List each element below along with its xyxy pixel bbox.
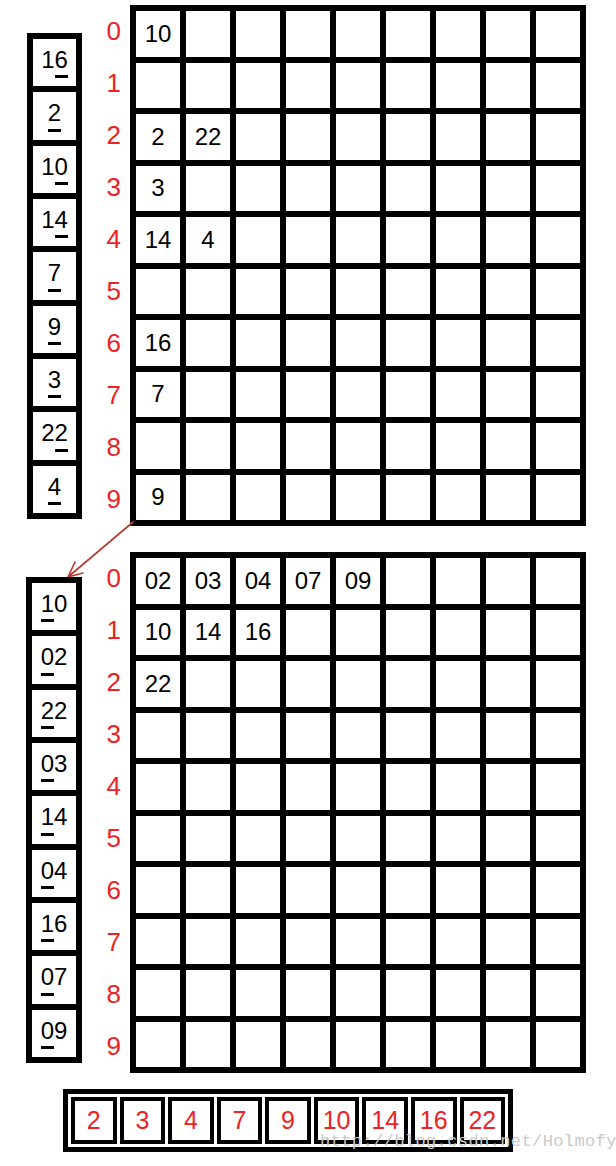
bucket-2-slot-8: [536, 661, 580, 707]
bucket-4-slot-2: [236, 764, 280, 810]
bucket-5-slot-8: [536, 816, 580, 862]
bucket-0-slot-4: 09: [336, 558, 380, 604]
bucket-index-7: 7: [90, 917, 126, 969]
underlined-digit: 0: [41, 751, 54, 782]
bucket-9-slot-1: [186, 1022, 230, 1068]
bucket-index-6: 6: [90, 318, 126, 370]
list-item-7: 7: [33, 252, 76, 299]
bucket-4-slot-8: [536, 764, 580, 810]
digit: 2: [54, 644, 67, 675]
digit: 7: [54, 964, 67, 995]
list-item-9: 9: [33, 306, 76, 353]
bucket-4-slot-1: [186, 764, 230, 810]
radix-sort-diagram: 1621014793224 0123456789 1022231441679 1…: [0, 0, 616, 1166]
watermark: http://blog.csdn.net/Holmofy: [320, 1132, 616, 1151]
pass1-buckets-grid: 1022231441679: [130, 5, 586, 526]
bucket-8-slot-2: [236, 970, 280, 1016]
bucket-index-8: 8: [90, 969, 126, 1021]
bucket-2-slot-2: [236, 114, 280, 160]
bucket-6-slot-3: [286, 867, 330, 913]
result-cell-7: 7: [217, 1097, 263, 1144]
bucket-5-slot-0: [136, 269, 180, 315]
underlined-digit: 1: [41, 591, 54, 622]
list-item-14: 14: [33, 199, 76, 246]
list-item-03: 03: [32, 743, 76, 790]
bucket-2-slot-0: 2: [136, 114, 180, 160]
bucket-3-slot-3: [286, 713, 330, 759]
bucket-index-3: 3: [90, 161, 126, 213]
bucket-3-slot-2: [236, 166, 280, 212]
bucket-5-slot-7: [486, 816, 530, 862]
bucket-5-slot-0: [136, 816, 180, 862]
underlined-digit: 0: [55, 154, 68, 185]
bucket-2-slot-1: [186, 661, 230, 707]
result-cell-2: 2: [71, 1097, 117, 1144]
digit: 3: [54, 751, 67, 782]
pass2-bucket-indices: 0123456789: [90, 552, 126, 1073]
bucket-7-slot-8: [536, 372, 580, 418]
bucket-index-7: 7: [90, 370, 126, 422]
bucket-9-slot-7: [486, 1022, 530, 1068]
underlined-digit: 4: [48, 474, 61, 505]
bucket-3-slot-4: [336, 713, 380, 759]
bucket-6-slot-4: [336, 867, 380, 913]
bucket-1-slot-8: [536, 610, 580, 656]
underlined-digit: 1: [41, 911, 54, 942]
underlined-digit: 2: [55, 420, 68, 451]
bucket-6-slot-0: [136, 867, 180, 913]
bucket-3-slot-6: [436, 713, 480, 759]
bucket-6-slot-5: [386, 320, 430, 366]
bucket-2-slot-4: [336, 114, 380, 160]
bucket-9-slot-8: [536, 1022, 580, 1068]
bucket-5-slot-5: [386, 816, 430, 862]
bucket-1-slot-4: [336, 610, 380, 656]
bucket-3-slot-4: [336, 166, 380, 212]
bucket-3-slot-7: [486, 166, 530, 212]
bucket-8-slot-6: [436, 423, 480, 469]
bucket-5-slot-3: [286, 816, 330, 862]
bucket-8-slot-8: [536, 970, 580, 1016]
bucket-9-slot-4: [336, 475, 380, 521]
bucket-index-1: 1: [90, 57, 126, 109]
bucket-9-slot-6: [436, 1022, 480, 1068]
bucket-6-slot-7: [486, 320, 530, 366]
bucket-4-slot-2: [236, 217, 280, 263]
bucket-4-slot-1: 4: [186, 217, 230, 263]
digit: 2: [41, 420, 54, 451]
digit: 0: [54, 591, 67, 622]
underlined-digit: 2: [41, 698, 54, 729]
bucket-1-slot-1: [186, 63, 230, 109]
bucket-index-5: 5: [90, 812, 126, 864]
bucket-2-slot-5: [386, 114, 430, 160]
bucket-6-slot-1: [186, 867, 230, 913]
underlined-digit: 7: [48, 260, 61, 291]
bucket-0-slot-7: [486, 558, 530, 604]
bucket-8-slot-7: [486, 423, 530, 469]
bucket-1-slot-6: [436, 610, 480, 656]
bucket-8-slot-8: [536, 423, 580, 469]
bucket-3-slot-5: [386, 166, 430, 212]
bucket-6-slot-8: [536, 867, 580, 913]
bucket-3-slot-7: [486, 713, 530, 759]
pass2-buckets-grid: 020304070910141622: [130, 552, 586, 1073]
bucket-0-slot-3: [286, 11, 330, 57]
bucket-8-slot-4: [336, 970, 380, 1016]
bucket-5-slot-8: [536, 269, 580, 315]
bucket-8-slot-1: [186, 423, 230, 469]
bucket-7-slot-0: [136, 919, 180, 965]
list-item-02: 02: [32, 636, 76, 683]
bucket-5-slot-7: [486, 269, 530, 315]
result-cell-3: 3: [120, 1097, 166, 1144]
bucket-6-slot-8: [536, 320, 580, 366]
bucket-4-slot-6: [436, 217, 480, 263]
bucket-9-slot-6: [436, 475, 480, 521]
bucket-7-slot-6: [436, 919, 480, 965]
bucket-1-slot-5: [386, 610, 430, 656]
bucket-5-slot-1: [186, 269, 230, 315]
bucket-1-slot-1: 14: [186, 610, 230, 656]
bucket-0-slot-6: [436, 558, 480, 604]
bucket-6-slot-3: [286, 320, 330, 366]
bucket-2-slot-6: [436, 661, 480, 707]
bucket-8-slot-4: [336, 423, 380, 469]
bucket-1-slot-0: 10: [136, 610, 180, 656]
bucket-0-slot-8: [536, 11, 580, 57]
bucket-9-slot-3: [286, 475, 330, 521]
list-item-16: 16: [32, 903, 76, 950]
bucket-5-slot-6: [436, 816, 480, 862]
underlined-digit: 9: [48, 314, 61, 345]
bucket-3-slot-2: [236, 713, 280, 759]
list-item-09: 09: [32, 1010, 76, 1057]
bucket-2-slot-7: [486, 661, 530, 707]
bucket-0-slot-7: [486, 11, 530, 57]
bucket-8-slot-5: [386, 423, 430, 469]
digit: 1: [41, 207, 54, 238]
underlined-digit: 3: [48, 367, 61, 398]
bucket-index-2: 2: [90, 109, 126, 161]
bucket-4-slot-8: [536, 217, 580, 263]
bucket-7-slot-0: 7: [136, 372, 180, 418]
bucket-2-slot-6: [436, 114, 480, 160]
bucket-4-slot-4: [336, 217, 380, 263]
list-item-22: 22: [33, 412, 76, 459]
bucket-4-slot-3: [286, 217, 330, 263]
underlined-digit: 0: [41, 964, 54, 995]
bucket-0-slot-6: [436, 11, 480, 57]
bucket-index-2: 2: [90, 656, 126, 708]
bucket-9-slot-5: [386, 1022, 430, 1068]
bucket-5-slot-6: [436, 269, 480, 315]
list-item-10: 10: [32, 583, 76, 630]
bucket-0-slot-1: 03: [186, 558, 230, 604]
bucket-1-slot-7: [486, 63, 530, 109]
digit: 2: [54, 698, 67, 729]
bucket-8-slot-3: [286, 423, 330, 469]
bucket-7-slot-8: [536, 919, 580, 965]
underlined-digit: 1: [41, 804, 54, 835]
list-item-2: 2: [33, 92, 76, 139]
bucket-6-slot-4: [336, 320, 380, 366]
bucket-7-slot-1: [186, 372, 230, 418]
bucket-3-slot-1: [186, 166, 230, 212]
bucket-3-slot-6: [436, 166, 480, 212]
bucket-9-slot-3: [286, 1022, 330, 1068]
bucket-1-slot-5: [386, 63, 430, 109]
list-item-3: 3: [33, 359, 76, 406]
bucket-index-1: 1: [90, 604, 126, 656]
bucket-4-slot-4: [336, 764, 380, 810]
bucket-8-slot-2: [236, 423, 280, 469]
bucket-4-slot-6: [436, 764, 480, 810]
bucket-3-slot-8: [536, 713, 580, 759]
bucket-3-slot-3: [286, 166, 330, 212]
digit: 1: [41, 47, 54, 78]
bucket-index-8: 8: [90, 422, 126, 474]
bucket-7-slot-2: [236, 919, 280, 965]
bucket-5-slot-1: [186, 816, 230, 862]
bucket-1-slot-7: [486, 610, 530, 656]
bucket-index-3: 3: [90, 708, 126, 760]
bucket-index-0: 0: [90, 552, 126, 604]
digit: 4: [54, 858, 67, 889]
bucket-0-slot-0: 10: [136, 11, 180, 57]
bucket-2-slot-1: 22: [186, 114, 230, 160]
pass2-input-list: 100222031404160709: [26, 577, 82, 1063]
bucket-5-slot-2: [236, 816, 280, 862]
bucket-6-slot-2: [236, 867, 280, 913]
bucket-0-slot-5: [386, 11, 430, 57]
pass1-input-list: 1621014793224: [27, 33, 82, 519]
bucket-6-slot-6: [436, 320, 480, 366]
bucket-5-slot-4: [336, 816, 380, 862]
bucket-8-slot-7: [486, 970, 530, 1016]
bucket-6-slot-1: [186, 320, 230, 366]
underlined-digit: 0: [41, 858, 54, 889]
bucket-1-slot-6: [436, 63, 480, 109]
bucket-6-slot-6: [436, 867, 480, 913]
list-item-10: 10: [33, 146, 76, 193]
bucket-8-slot-6: [436, 970, 480, 1016]
bucket-1-slot-3: [286, 63, 330, 109]
bucket-2-slot-2: [236, 661, 280, 707]
bucket-7-slot-7: [486, 919, 530, 965]
result-cell-4: 4: [168, 1097, 214, 1144]
bucket-9-slot-1: [186, 475, 230, 521]
bucket-7-slot-1: [186, 919, 230, 965]
bucket-9-slot-4: [336, 1022, 380, 1068]
bucket-3-slot-0: 3: [136, 166, 180, 212]
bucket-6-slot-5: [386, 867, 430, 913]
bucket-7-slot-4: [336, 372, 380, 418]
bucket-2-slot-5: [386, 661, 430, 707]
bucket-1-slot-3: [286, 610, 330, 656]
list-item-14: 14: [32, 796, 76, 843]
bucket-7-slot-2: [236, 372, 280, 418]
underlined-digit: 2: [48, 100, 61, 131]
bucket-0-slot-1: [186, 11, 230, 57]
list-item-22: 22: [32, 690, 76, 737]
bucket-8-slot-0: [136, 423, 180, 469]
bucket-4-slot-7: [486, 217, 530, 263]
bucket-9-slot-8: [536, 475, 580, 521]
bucket-0-slot-2: [236, 11, 280, 57]
bucket-3-slot-5: [386, 713, 430, 759]
bucket-index-5: 5: [90, 265, 126, 317]
digit: 1: [41, 154, 54, 185]
bucket-4-slot-0: [136, 764, 180, 810]
bucket-8-slot-0: [136, 970, 180, 1016]
bucket-9-slot-2: [236, 1022, 280, 1068]
bucket-2-slot-8: [536, 114, 580, 160]
bucket-2-slot-0: 22: [136, 661, 180, 707]
bucket-4-slot-0: 14: [136, 217, 180, 263]
bucket-1-slot-8: [536, 63, 580, 109]
pass1-bucket-indices: 0123456789: [90, 5, 126, 526]
bucket-3-slot-8: [536, 166, 580, 212]
bucket-9-slot-7: [486, 475, 530, 521]
list-item-07: 07: [32, 956, 76, 1003]
bucket-1-slot-0: [136, 63, 180, 109]
bucket-8-slot-3: [286, 970, 330, 1016]
bucket-1-slot-2: [236, 63, 280, 109]
bucket-7-slot-3: [286, 372, 330, 418]
bucket-0-slot-5: [386, 558, 430, 604]
bucket-6-slot-7: [486, 867, 530, 913]
bucket-9-slot-0: [136, 1022, 180, 1068]
bucket-3-slot-0: [136, 713, 180, 759]
result-cell-9: 9: [265, 1097, 311, 1144]
bucket-8-slot-1: [186, 970, 230, 1016]
bucket-1-slot-4: [336, 63, 380, 109]
underlined-digit: 6: [55, 47, 68, 78]
bucket-5-slot-4: [336, 269, 380, 315]
bucket-index-0: 0: [90, 5, 126, 57]
bucket-1-slot-2: 16: [236, 610, 280, 656]
bucket-7-slot-6: [436, 372, 480, 418]
bucket-5-slot-2: [236, 269, 280, 315]
underlined-digit: 4: [55, 207, 68, 238]
bucket-4-slot-7: [486, 764, 530, 810]
digit: 9: [54, 1018, 67, 1049]
bucket-4-slot-5: [386, 764, 430, 810]
bucket-9-slot-5: [386, 475, 430, 521]
bucket-0-slot-0: 02: [136, 558, 180, 604]
bucket-0-slot-2: 04: [236, 558, 280, 604]
bucket-index-4: 4: [90, 760, 126, 812]
digit: 4: [54, 804, 67, 835]
bucket-4-slot-5: [386, 217, 430, 263]
bucket-6-slot-0: 16: [136, 320, 180, 366]
bucket-9-slot-2: [236, 475, 280, 521]
bucket-5-slot-3: [286, 269, 330, 315]
bucket-2-slot-3: [286, 661, 330, 707]
bucket-7-slot-7: [486, 372, 530, 418]
bucket-index-6: 6: [90, 865, 126, 917]
list-item-04: 04: [32, 850, 76, 897]
bucket-7-slot-4: [336, 919, 380, 965]
bucket-5-slot-5: [386, 269, 430, 315]
bucket-0-slot-4: [336, 11, 380, 57]
bucket-index-9: 9: [90, 1021, 126, 1073]
underlined-digit: 0: [41, 644, 54, 675]
digit: 6: [54, 911, 67, 942]
list-item-16: 16: [33, 39, 76, 86]
bucket-4-slot-3: [286, 764, 330, 810]
bucket-7-slot-5: [386, 372, 430, 418]
bucket-0-slot-8: [536, 558, 580, 604]
underlined-digit: 0: [41, 1018, 54, 1049]
bucket-2-slot-7: [486, 114, 530, 160]
bucket-2-slot-3: [286, 114, 330, 160]
bucket-2-slot-4: [336, 661, 380, 707]
bucket-0-slot-3: 07: [286, 558, 330, 604]
bucket-6-slot-2: [236, 320, 280, 366]
bucket-7-slot-3: [286, 919, 330, 965]
bucket-3-slot-1: [186, 713, 230, 759]
bucket-7-slot-5: [386, 919, 430, 965]
bucket-index-4: 4: [90, 213, 126, 265]
bucket-8-slot-5: [386, 970, 430, 1016]
